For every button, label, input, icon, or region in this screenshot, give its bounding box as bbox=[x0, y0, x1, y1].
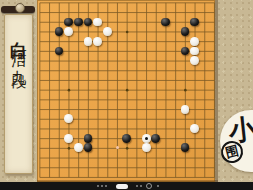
black-stone bbox=[181, 47, 190, 56]
white-stone bbox=[190, 47, 199, 56]
player-bar-dot bbox=[101, 185, 103, 187]
go-board[interactable] bbox=[37, 0, 215, 182]
white-stone bbox=[74, 143, 83, 152]
last-move-marker bbox=[145, 137, 148, 140]
black-stone bbox=[74, 18, 83, 27]
white-stone bbox=[181, 105, 190, 114]
white-stone bbox=[84, 37, 93, 46]
black-stone bbox=[55, 27, 64, 36]
player-rank-label: 九段 bbox=[11, 58, 26, 66]
black-stone bbox=[84, 134, 93, 143]
player-bar-dot bbox=[97, 185, 99, 187]
black-stone bbox=[55, 47, 64, 56]
white-stone bbox=[93, 18, 102, 27]
white-stone bbox=[142, 143, 151, 152]
faint-point-marker bbox=[116, 146, 119, 149]
black-stone bbox=[151, 134, 160, 143]
white-stone bbox=[190, 124, 199, 133]
player-bar-dot bbox=[157, 185, 159, 187]
scroll-knob-icon bbox=[15, 3, 25, 13]
channel-seal-logo: 小 围 bbox=[220, 110, 253, 172]
video-player-bar[interactable] bbox=[0, 182, 253, 190]
black-stone bbox=[84, 18, 93, 27]
white-stone bbox=[190, 37, 199, 46]
white-stone bbox=[190, 56, 199, 65]
player-name-scroll: 白 柯洁 九段 bbox=[4, 14, 33, 174]
black-stone bbox=[161, 18, 170, 27]
white-stone bbox=[93, 37, 102, 46]
black-stone bbox=[122, 134, 131, 143]
black-stone bbox=[64, 18, 73, 27]
white-stone bbox=[64, 114, 73, 123]
black-stone bbox=[181, 143, 190, 152]
white-stone bbox=[103, 27, 112, 36]
player-pill-button[interactable] bbox=[116, 184, 128, 189]
player-bar-dot bbox=[105, 185, 107, 187]
player-name-label: 柯洁 bbox=[11, 36, 26, 44]
black-stone bbox=[84, 143, 93, 152]
player-bar-dot bbox=[140, 185, 142, 187]
player-bar-dot bbox=[136, 185, 138, 187]
white-stone bbox=[64, 27, 73, 36]
board-shadow bbox=[215, 0, 218, 184]
white-stone bbox=[64, 134, 73, 143]
video-frame: 白 柯洁 九段 小 围 bbox=[0, 0, 253, 190]
black-stone bbox=[190, 18, 199, 27]
white-stone bbox=[142, 134, 151, 143]
player-badge bbox=[146, 183, 152, 189]
stone-grid bbox=[35, 0, 219, 182]
black-stone bbox=[181, 27, 190, 36]
